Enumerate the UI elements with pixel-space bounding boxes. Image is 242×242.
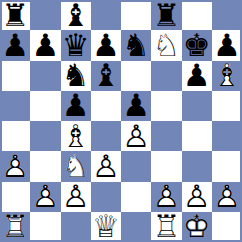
black-knight-glyph: ♞	[121, 30, 151, 60]
black-pawn-piece: ♟	[91, 30, 121, 60]
black-queen-glyph: ♛	[61, 30, 91, 60]
square-b7[interactable]: ♟	[30, 30, 60, 60]
black-pawn-piece: ♟	[121, 91, 151, 121]
square-d5[interactable]	[91, 91, 121, 121]
black-knight-piece: ♞	[121, 30, 151, 60]
square-d8[interactable]	[91, 0, 121, 30]
black-queen-piece: ♛	[61, 30, 91, 60]
square-h7[interactable]: ♟	[212, 30, 242, 60]
black-pawn-piece: ♟	[30, 30, 60, 60]
white-bishop-piece: ♝♗	[61, 121, 91, 151]
white-pawn-outline: ♙	[151, 182, 181, 212]
square-e7[interactable]: ♞	[121, 30, 151, 60]
black-bishop-glyph: ♝	[61, 0, 91, 30]
square-a1[interactable]: ♜♖	[0, 212, 30, 242]
square-c1[interactable]	[61, 212, 91, 242]
white-rook-outline: ♖	[0, 212, 30, 242]
square-c6[interactable]: ♞	[61, 61, 91, 91]
square-h6[interactable]: ♝♗	[212, 61, 242, 91]
black-rook-glyph: ♜	[0, 0, 30, 30]
white-bishop-piece: ♝♗	[212, 61, 242, 91]
white-pawn-outline: ♙	[30, 182, 60, 212]
white-queen-outline: ♕	[91, 212, 121, 242]
square-a8[interactable]: ♜	[0, 0, 30, 30]
square-f2[interactable]: ♟♙	[151, 182, 181, 212]
white-knight-piece: ♞♘	[61, 151, 91, 181]
square-h2[interactable]: ♟♙	[212, 182, 242, 212]
black-bishop-piece: ♝	[91, 61, 121, 91]
square-g4[interactable]	[182, 121, 212, 151]
white-pawn-piece: ♟♙	[61, 182, 91, 212]
square-b8[interactable]	[30, 0, 60, 30]
white-king-outline: ♔	[182, 212, 212, 242]
square-a7[interactable]: ♟	[0, 30, 30, 60]
black-pawn-glyph: ♟	[0, 30, 30, 60]
square-b2[interactable]: ♟♙	[30, 182, 60, 212]
square-e4[interactable]: ♟♙	[121, 121, 151, 151]
white-knight-piece: ♞♘	[151, 30, 181, 60]
black-knight-piece: ♞	[61, 61, 91, 91]
square-d7[interactable]: ♟	[91, 30, 121, 60]
black-rook-glyph: ♜	[151, 0, 181, 30]
square-g1[interactable]: ♚♔	[182, 212, 212, 242]
square-h8[interactable]	[212, 0, 242, 30]
square-c3[interactable]: ♞♘	[61, 151, 91, 181]
square-c8[interactable]: ♝	[61, 0, 91, 30]
white-bishop-outline: ♗	[212, 61, 242, 91]
black-pawn-glyph: ♟	[212, 30, 242, 60]
square-g3[interactable]	[182, 151, 212, 181]
square-b3[interactable]	[30, 151, 60, 181]
black-pawn-piece: ♟	[182, 61, 212, 91]
black-bishop-piece: ♝	[61, 0, 91, 30]
square-d6[interactable]: ♝	[91, 61, 121, 91]
square-a4[interactable]	[0, 121, 30, 151]
square-f3[interactable]	[151, 151, 181, 181]
square-h3[interactable]	[212, 151, 242, 181]
black-king-glyph: ♚	[182, 30, 212, 60]
square-g2[interactable]: ♟♙	[182, 182, 212, 212]
white-knight-outline: ♘	[151, 30, 181, 60]
square-c7[interactable]: ♛	[61, 30, 91, 60]
white-pawn-outline: ♙	[0, 151, 30, 181]
white-pawn-outline: ♙	[121, 121, 151, 151]
white-queen-piece: ♛♕	[91, 212, 121, 242]
square-d3[interactable]: ♟♙	[91, 151, 121, 181]
black-rook-piece: ♜	[151, 0, 181, 30]
square-g8[interactable]	[182, 0, 212, 30]
square-e1[interactable]	[121, 212, 151, 242]
square-c4[interactable]: ♝♗	[61, 121, 91, 151]
square-f1[interactable]: ♜♖	[151, 212, 181, 242]
black-pawn-glyph: ♟	[61, 91, 91, 121]
square-d2[interactable]	[91, 182, 121, 212]
square-c2[interactable]: ♟♙	[61, 182, 91, 212]
square-b5[interactable]	[30, 91, 60, 121]
white-king-piece: ♚♔	[182, 212, 212, 242]
square-h4[interactable]	[212, 121, 242, 151]
white-pawn-piece: ♟♙	[182, 182, 212, 212]
black-pawn-piece: ♟	[212, 30, 242, 60]
white-knight-outline: ♘	[61, 151, 91, 181]
square-f6[interactable]	[151, 61, 181, 91]
white-pawn-outline: ♙	[91, 151, 121, 181]
black-pawn-glyph: ♟	[30, 30, 60, 60]
white-pawn-piece: ♟♙	[30, 182, 60, 212]
square-b4[interactable]	[30, 121, 60, 151]
square-a2[interactable]	[0, 182, 30, 212]
white-pawn-outline: ♙	[182, 182, 212, 212]
square-g5[interactable]	[182, 91, 212, 121]
square-a5[interactable]	[0, 91, 30, 121]
square-d4[interactable]	[91, 121, 121, 151]
black-rook-piece: ♜	[0, 0, 30, 30]
black-bishop-glyph: ♝	[91, 61, 121, 91]
black-pawn-glyph: ♟	[121, 91, 151, 121]
square-e5[interactable]: ♟	[121, 91, 151, 121]
square-f5[interactable]	[151, 91, 181, 121]
white-pawn-piece: ♟♙	[91, 151, 121, 181]
black-pawn-glyph: ♟	[182, 61, 212, 91]
square-h5[interactable]	[212, 91, 242, 121]
white-rook-piece: ♜♖	[0, 212, 30, 242]
white-bishop-outline: ♗	[61, 121, 91, 151]
square-b1[interactable]	[30, 212, 60, 242]
square-h1[interactable]	[212, 212, 242, 242]
black-king-piece: ♚	[182, 30, 212, 60]
square-g6[interactable]: ♟	[182, 61, 212, 91]
square-e6[interactable]	[121, 61, 151, 91]
square-e8[interactable]	[121, 0, 151, 30]
square-a6[interactable]	[0, 61, 30, 91]
square-g7[interactable]: ♚	[182, 30, 212, 60]
square-e3[interactable]	[121, 151, 151, 181]
white-pawn-outline: ♙	[61, 182, 91, 212]
black-pawn-piece: ♟	[0, 30, 30, 60]
square-c5[interactable]: ♟	[61, 91, 91, 121]
black-pawn-glyph: ♟	[91, 30, 121, 60]
square-f7[interactable]: ♞♘	[151, 30, 181, 60]
white-pawn-outline: ♙	[212, 182, 242, 212]
black-knight-glyph: ♞	[61, 61, 91, 91]
square-d1[interactable]: ♛♕	[91, 212, 121, 242]
white-rook-outline: ♖	[151, 212, 181, 242]
white-pawn-piece: ♟♙	[0, 151, 30, 181]
square-e2[interactable]	[121, 182, 151, 212]
white-pawn-piece: ♟♙	[151, 182, 181, 212]
chess-board-grid: ♜♝♜♟♟♛♟♞♞♘♚♟♞♝♟♝♗♟♟♝♗♟♙♟♙♞♘♟♙♟♙♟♙♟♙♟♙♟♙♜…	[0, 0, 242, 242]
chess-board: ♜♝♜♟♟♛♟♞♞♘♚♟♞♝♟♝♗♟♟♝♗♟♙♟♙♞♘♟♙♟♙♟♙♟♙♟♙♟♙♜…	[0, 0, 242, 242]
square-a3[interactable]: ♟♙	[0, 151, 30, 181]
white-rook-piece: ♜♖	[151, 212, 181, 242]
square-b6[interactable]	[30, 61, 60, 91]
black-pawn-piece: ♟	[61, 91, 91, 121]
white-pawn-piece: ♟♙	[212, 182, 242, 212]
square-f4[interactable]	[151, 121, 181, 151]
square-f8[interactable]: ♜	[151, 0, 181, 30]
white-pawn-piece: ♟♙	[121, 121, 151, 151]
